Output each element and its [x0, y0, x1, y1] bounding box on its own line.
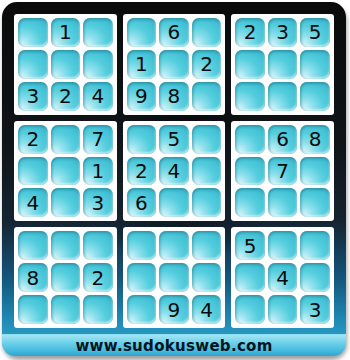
cell-r3c4[interactable]: 9 [127, 82, 157, 111]
cell-r1c3[interactable] [83, 18, 113, 47]
cell-r9c9[interactable]: 3 [300, 295, 330, 324]
cell-r4c2[interactable] [51, 125, 81, 154]
box-3-3: 543 [231, 227, 334, 328]
cell-r9c2[interactable] [51, 295, 81, 324]
cell-r9c7[interactable] [235, 295, 265, 324]
cell-r2c2[interactable] [51, 50, 81, 79]
cell-r9c5[interactable]: 9 [159, 295, 189, 324]
cell-r3c3[interactable]: 4 [83, 82, 113, 111]
cell-r4c9[interactable]: 8 [300, 125, 330, 154]
cell-r9c8[interactable] [268, 295, 298, 324]
cell-r1c8[interactable]: 3 [268, 18, 298, 47]
cell-r2c7[interactable] [235, 50, 265, 79]
cell-r2c5[interactable] [159, 50, 189, 79]
cell-r6c6[interactable] [192, 188, 222, 217]
cell-r1c1[interactable] [18, 18, 48, 47]
cell-r5c8[interactable]: 7 [268, 157, 298, 186]
cell-r8c9[interactable] [300, 263, 330, 292]
cell-r6c4[interactable]: 6 [127, 188, 157, 217]
cell-r6c8[interactable] [268, 188, 298, 217]
cell-r1c6[interactable] [192, 18, 222, 47]
cell-r2c3[interactable] [83, 50, 113, 79]
cell-r8c8[interactable]: 4 [268, 263, 298, 292]
cell-r1c7[interactable]: 2 [235, 18, 265, 47]
cell-r4c8[interactable]: 6 [268, 125, 298, 154]
cell-r7c3[interactable] [83, 231, 113, 260]
cell-r7c6[interactable] [192, 231, 222, 260]
cell-r5c2[interactable] [51, 157, 81, 186]
sudoku-boxes-grid: 1324612982352714352466878294543 [14, 14, 334, 328]
cell-r3c1[interactable]: 3 [18, 82, 48, 111]
cell-r7c8[interactable] [268, 231, 298, 260]
box-3-1: 82 [14, 227, 117, 328]
cell-r7c1[interactable] [18, 231, 48, 260]
cell-r1c4[interactable] [127, 18, 157, 47]
cell-r8c2[interactable] [51, 263, 81, 292]
cell-r2c1[interactable] [18, 50, 48, 79]
footer-bar: www.sudokusweb.com [2, 334, 346, 356]
cell-r5c6[interactable] [192, 157, 222, 186]
cell-r6c1[interactable]: 4 [18, 188, 48, 217]
cell-r9c4[interactable] [127, 295, 157, 324]
cell-r6c9[interactable] [300, 188, 330, 217]
cell-r3c6[interactable] [192, 82, 222, 111]
cell-r1c9[interactable]: 5 [300, 18, 330, 47]
cell-r5c7[interactable] [235, 157, 265, 186]
cell-r5c4[interactable]: 2 [127, 157, 157, 186]
cell-r8c1[interactable]: 8 [18, 263, 48, 292]
cell-r3c9[interactable] [300, 82, 330, 111]
sudoku-board: 1324612982352714352466878294543 www.sudo… [2, 2, 346, 356]
cell-r3c5[interactable]: 8 [159, 82, 189, 111]
cell-r8c7[interactable] [235, 263, 265, 292]
cell-r4c1[interactable]: 2 [18, 125, 48, 154]
cell-r5c3[interactable]: 1 [83, 157, 113, 186]
cell-r4c4[interactable] [127, 125, 157, 154]
cell-r8c6[interactable] [192, 263, 222, 292]
box-2-2: 5246 [123, 121, 226, 222]
cell-r2c4[interactable]: 1 [127, 50, 157, 79]
cell-r4c7[interactable] [235, 125, 265, 154]
cell-r7c7[interactable]: 5 [235, 231, 265, 260]
cell-r6c2[interactable] [51, 188, 81, 217]
cell-r5c5[interactable]: 4 [159, 157, 189, 186]
cell-r4c5[interactable]: 5 [159, 125, 189, 154]
box-2-1: 27143 [14, 121, 117, 222]
cell-r8c4[interactable] [127, 263, 157, 292]
box-3-2: 94 [123, 227, 226, 328]
box-1-3: 235 [231, 14, 334, 115]
cell-r1c2[interactable]: 1 [51, 18, 81, 47]
page: 1324612982352714352466878294543 www.sudo… [0, 0, 350, 360]
cell-r5c9[interactable] [300, 157, 330, 186]
cell-r7c2[interactable] [51, 231, 81, 260]
cell-r7c5[interactable] [159, 231, 189, 260]
cell-r9c1[interactable] [18, 295, 48, 324]
cell-r3c8[interactable] [268, 82, 298, 111]
cell-r7c9[interactable] [300, 231, 330, 260]
cell-r2c9[interactable] [300, 50, 330, 79]
cell-r6c5[interactable] [159, 188, 189, 217]
cell-r1c5[interactable]: 6 [159, 18, 189, 47]
cell-r4c3[interactable]: 7 [83, 125, 113, 154]
cell-r9c6[interactable]: 4 [192, 295, 222, 324]
site-link[interactable]: www.sudokusweb.com [75, 337, 272, 355]
cell-r6c7[interactable] [235, 188, 265, 217]
cell-r6c3[interactable]: 3 [83, 188, 113, 217]
cell-r4c6[interactable] [192, 125, 222, 154]
cell-r8c5[interactable] [159, 263, 189, 292]
cell-r9c3[interactable] [83, 295, 113, 324]
box-2-3: 687 [231, 121, 334, 222]
box-1-1: 1324 [14, 14, 117, 115]
cell-r2c8[interactable] [268, 50, 298, 79]
cell-r8c3[interactable]: 2 [83, 263, 113, 292]
cell-r2c6[interactable]: 2 [192, 50, 222, 79]
cell-r3c7[interactable] [235, 82, 265, 111]
cell-r5c1[interactable] [18, 157, 48, 186]
box-1-2: 61298 [123, 14, 226, 115]
cell-r3c2[interactable]: 2 [51, 82, 81, 111]
cell-r7c4[interactable] [127, 231, 157, 260]
